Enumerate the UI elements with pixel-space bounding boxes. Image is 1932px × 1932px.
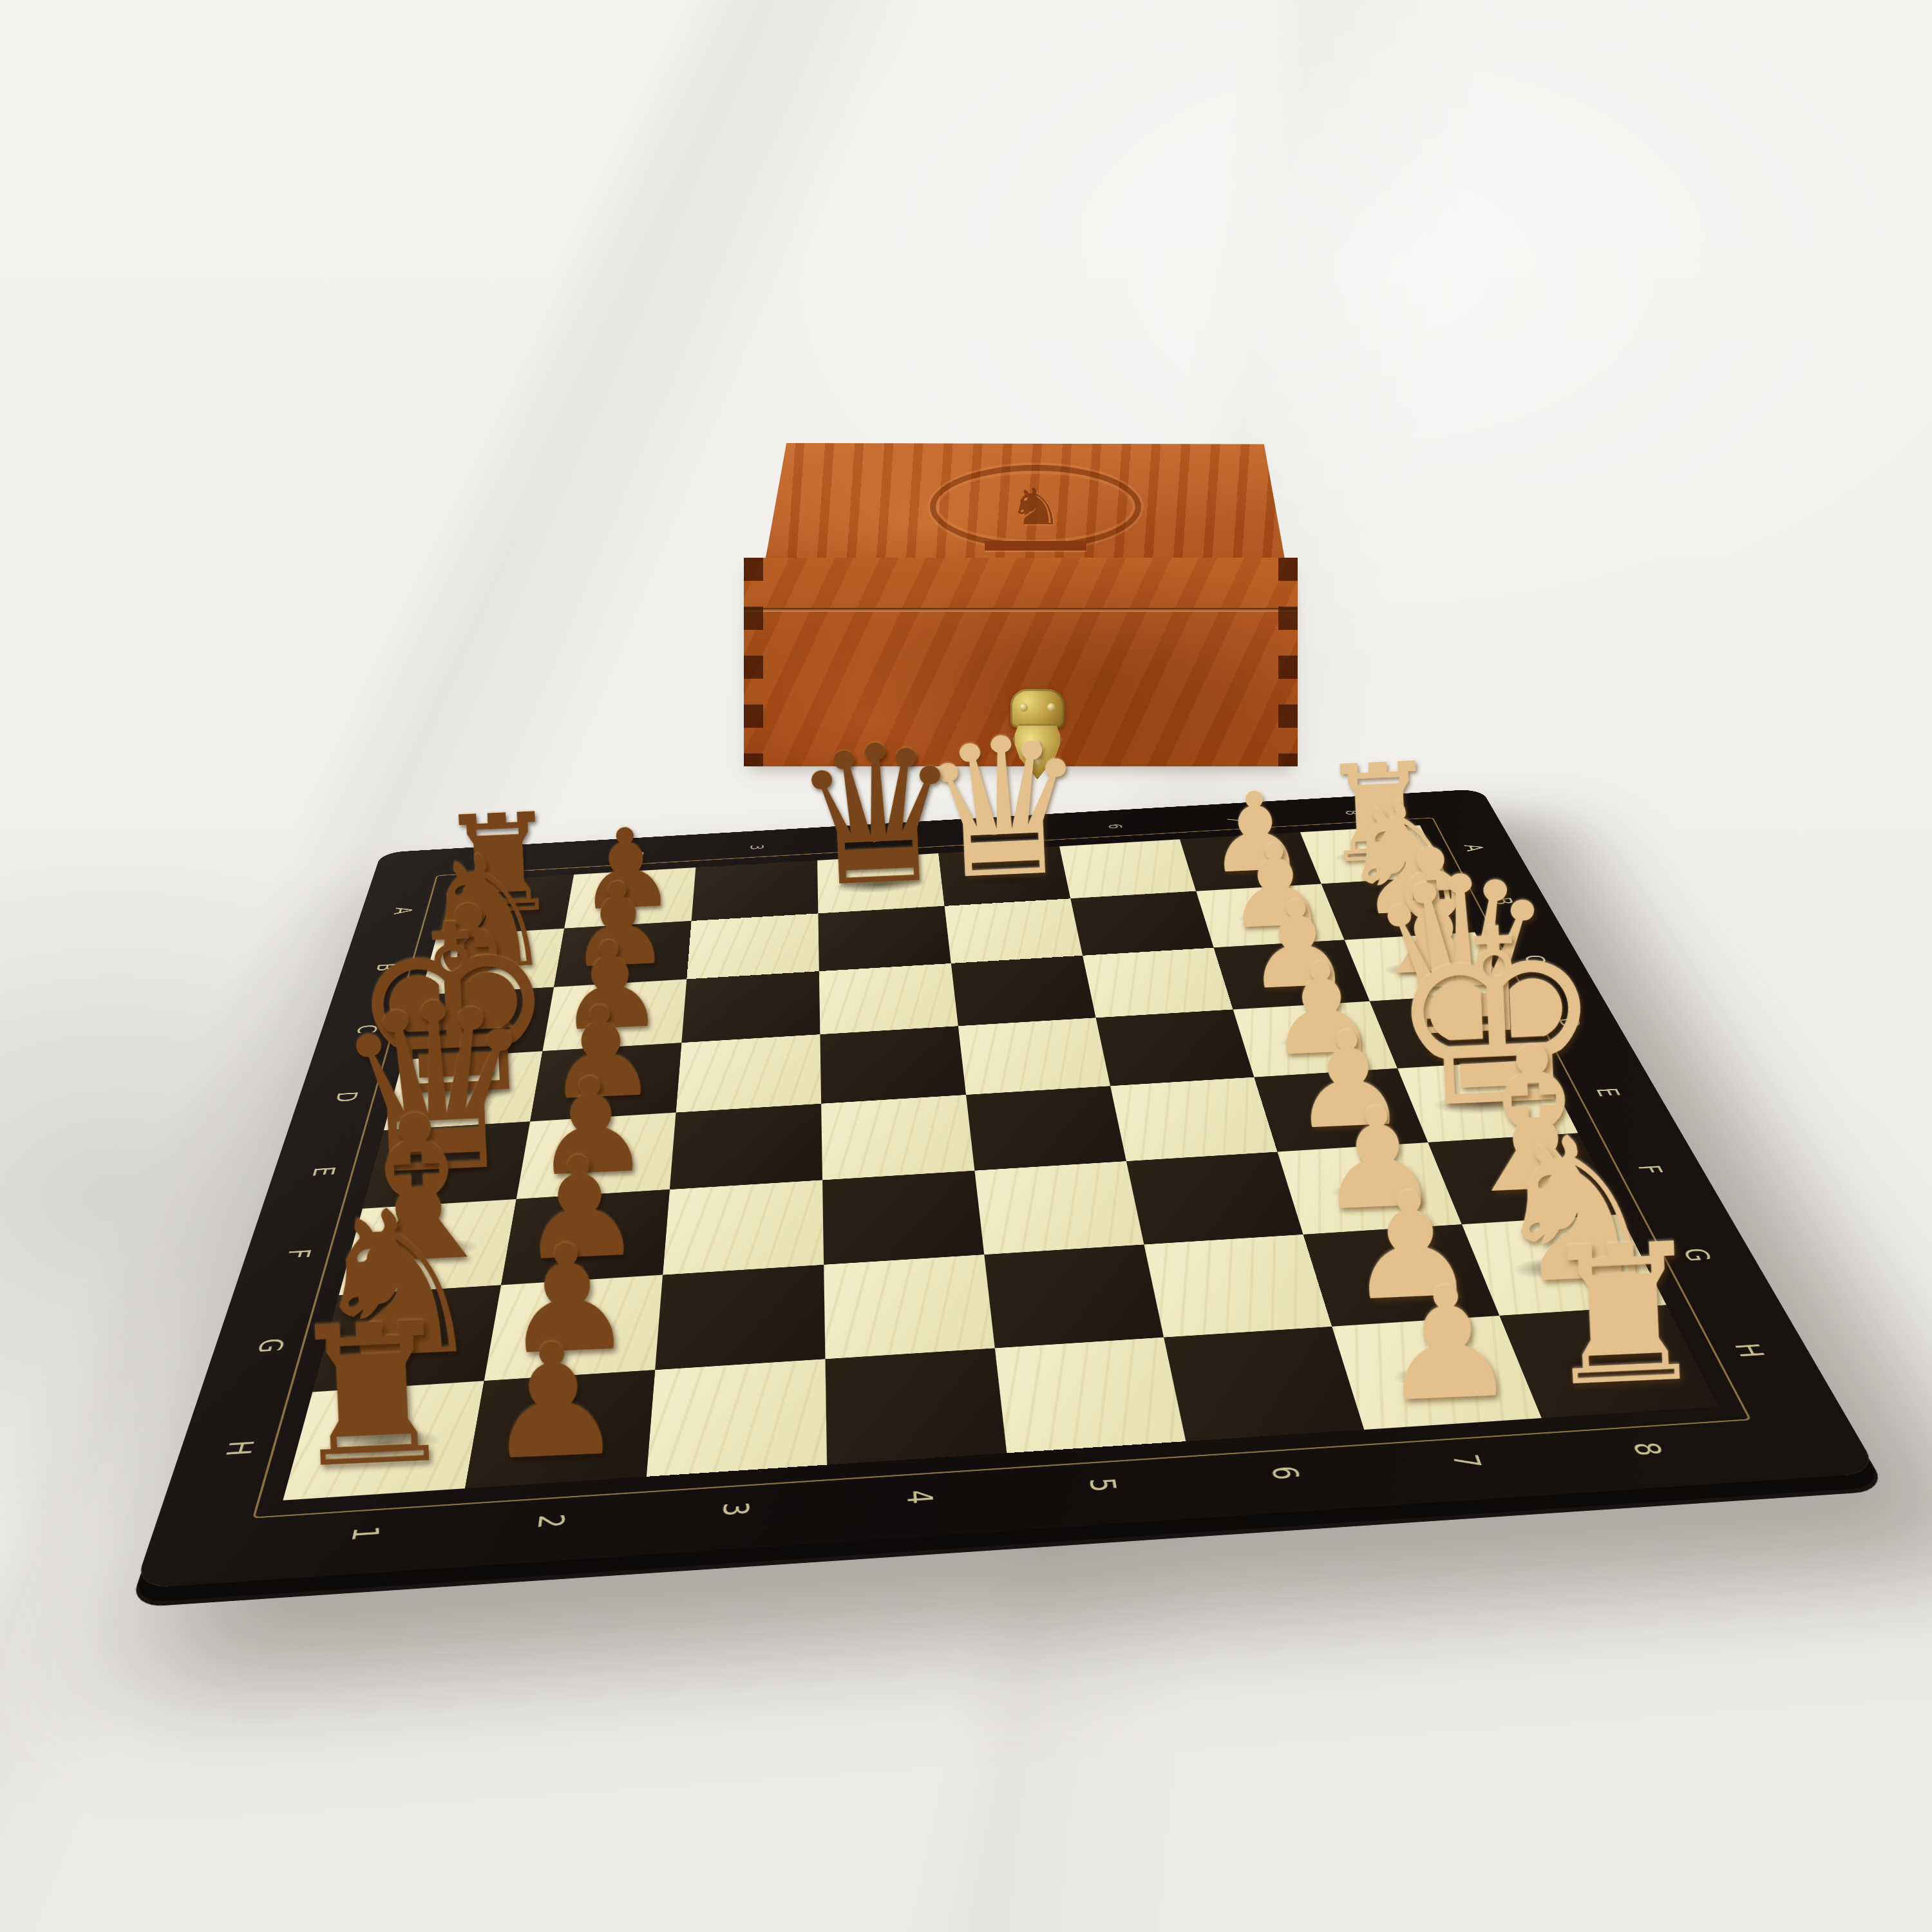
square-h3 xyxy=(647,1359,827,1477)
rank-label-near-6: 6 xyxy=(1264,1461,1305,1485)
rank-label-near-4: 4 xyxy=(900,1484,938,1510)
board-perspective-wrapper: ♜♟♛♛♟♜♞♟♟♞♝♟♟♝♚♟♟♛♛♟♟♚♝♟♟♝♞♟♟♞♜♟♟♜ AABBC… xyxy=(261,390,1671,1800)
rank-label-near-1: 1 xyxy=(344,1520,386,1546)
piece-dark-pawn-h2: ♟ xyxy=(480,1324,627,1479)
piece-light-rook-h8: ♜ xyxy=(1534,1222,1712,1409)
square-f5 xyxy=(974,1161,1144,1255)
file-label-right-H: H xyxy=(1727,1340,1771,1361)
rank-label-near-3: 3 xyxy=(717,1497,753,1522)
rank-label-far-8: 8 xyxy=(1339,807,1367,818)
square-a4: ♛ xyxy=(817,853,945,913)
piece-dark-queen-a4: ♛ xyxy=(788,722,966,911)
square-b6 xyxy=(1070,891,1213,956)
rank-label-near-2: 2 xyxy=(531,1508,570,1534)
rank-label-far-2: 2 xyxy=(624,849,649,860)
rank-label-far-4: 4 xyxy=(865,835,889,846)
square-h4 xyxy=(825,1348,1007,1464)
square-b4 xyxy=(818,906,951,971)
square-c4 xyxy=(819,963,958,1034)
rank-label-far-1: 1 xyxy=(504,856,529,867)
square-h1: ♜ xyxy=(283,1381,484,1500)
square-h5 xyxy=(995,1338,1186,1454)
square-c3 xyxy=(681,971,820,1043)
rank-label-near-5: 5 xyxy=(1083,1472,1122,1497)
square-d4 xyxy=(820,1026,966,1104)
square-c6 xyxy=(1083,948,1233,1018)
piece-light-pawn-h7: ♟ xyxy=(1375,1267,1520,1420)
square-b3 xyxy=(687,913,819,979)
square-e5 xyxy=(966,1086,1126,1170)
square-h7: ♟ xyxy=(1332,1316,1542,1430)
board-grid: ♜♟♛♛♟♜♞♟♟♞♝♟♟♝♚♟♟♛♛♟♟♚♝♟♟♝♞♟♟♞♜♟♟♜ xyxy=(283,825,1718,1500)
square-d6 xyxy=(1096,1009,1255,1086)
file-label-right-A: A xyxy=(1459,842,1488,854)
square-d5 xyxy=(958,1018,1110,1095)
square-e6 xyxy=(1110,1077,1278,1161)
piece-dark-rook-h1: ♜ xyxy=(281,1301,462,1492)
square-g4 xyxy=(824,1255,995,1359)
rank-label-near-8: 8 xyxy=(1624,1437,1670,1461)
rank-label-far-6: 6 xyxy=(1103,821,1128,832)
square-h6 xyxy=(1164,1327,1364,1441)
square-c5 xyxy=(951,956,1096,1026)
square-g6 xyxy=(1144,1235,1332,1338)
square-f6 xyxy=(1126,1152,1303,1245)
square-h2: ♟ xyxy=(465,1370,655,1488)
rank-label-far-5: 5 xyxy=(983,828,1009,838)
square-f3 xyxy=(663,1180,824,1274)
chess-board: ♜♟♛♛♟♜♞♟♟♞♝♟♟♝♚♟♟♛♛♟♟♚♝♟♟♝♞♟♟♞♜♟♟♜ AABBC… xyxy=(134,789,1879,1589)
rank-label-far-3: 3 xyxy=(745,842,769,853)
rank-label-far-7: 7 xyxy=(1220,814,1247,825)
rank-label-near-7: 7 xyxy=(1444,1449,1488,1473)
square-e3 xyxy=(670,1104,822,1189)
file-label-left-H: H xyxy=(218,1437,260,1460)
square-g3 xyxy=(655,1265,825,1370)
square-f4 xyxy=(822,1171,984,1265)
square-g5 xyxy=(984,1244,1164,1348)
